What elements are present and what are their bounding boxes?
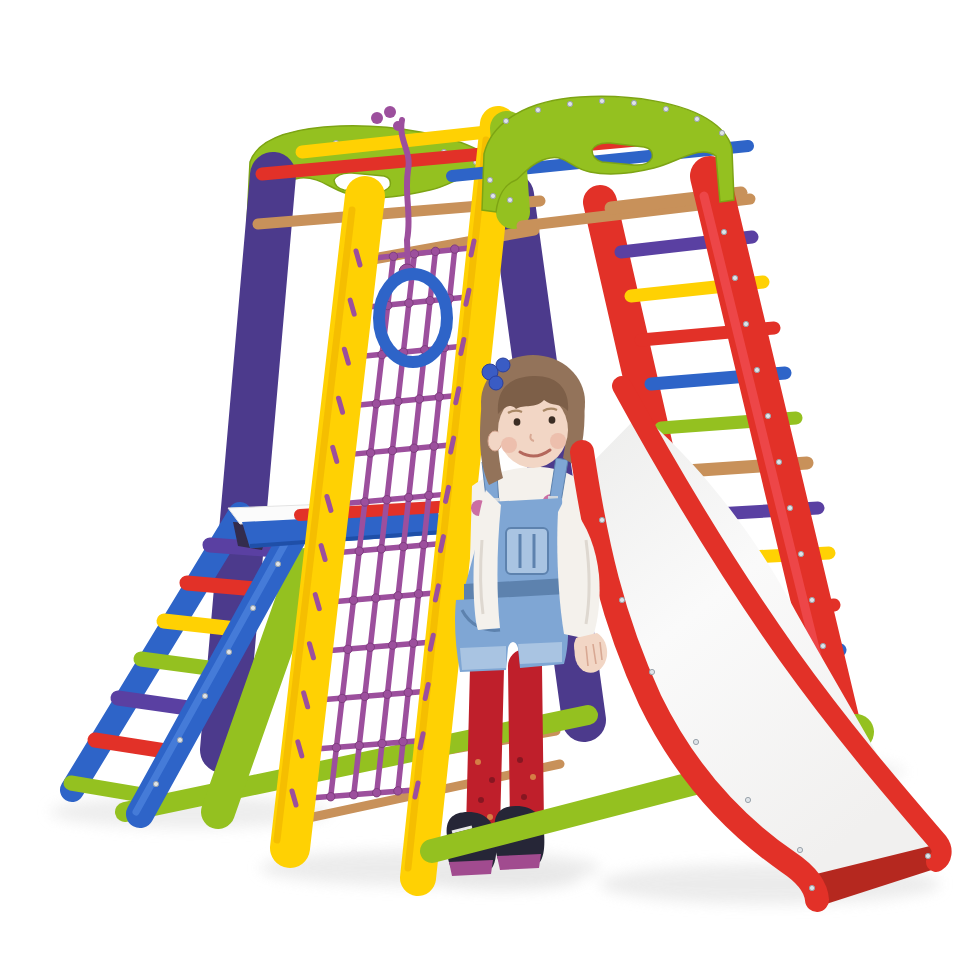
rope-knot-top-2	[384, 106, 396, 118]
girl-eye-left	[514, 418, 521, 426]
girl-cheek-right	[550, 433, 566, 449]
girl-cheek-left	[501, 437, 517, 453]
rope-knot-top-3	[393, 121, 403, 131]
girl-eye-right	[549, 416, 556, 424]
rope-knot-top-1	[371, 112, 383, 124]
play-gym-illustration	[0, 0, 980, 980]
girl-thumb	[574, 637, 584, 655]
photo-stage	[0, 0, 980, 980]
